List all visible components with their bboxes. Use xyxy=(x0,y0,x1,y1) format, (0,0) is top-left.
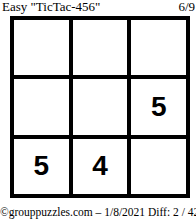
cell-r2c1[interactable] xyxy=(14,79,69,134)
puzzle-page: Easy "TicTac-456" 6/9 554 ©grouppuzzles.… xyxy=(0,0,196,221)
footer-credit: ©grouppuzzles.com – 1/8/2021 Diff: 2 / 4… xyxy=(0,206,196,219)
cell-r1c1[interactable] xyxy=(14,20,69,75)
cell-r3c2[interactable]: 4 xyxy=(73,139,128,194)
cell-r3c1[interactable]: 5 xyxy=(14,139,69,194)
cell-r3c3[interactable] xyxy=(131,139,186,194)
board: 554 xyxy=(10,16,190,198)
cell-r2c2[interactable] xyxy=(73,79,128,134)
cell-r1c2[interactable] xyxy=(73,20,128,75)
puzzle-title: Easy "TicTac-456" xyxy=(2,0,100,14)
page-counter: 6/9 xyxy=(178,0,195,14)
cell-r1c3[interactable] xyxy=(131,20,186,75)
header: Easy "TicTac-456" 6/9 xyxy=(2,0,195,15)
cell-r2c3[interactable]: 5 xyxy=(131,79,186,134)
